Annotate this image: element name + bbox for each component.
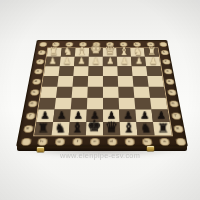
rank-medallion-left: 6 [27,100,37,107]
square [103,76,118,86]
square [88,76,103,86]
piece-bq: ♛ [103,119,120,134]
coordinate-label: 5 [33,91,36,94]
file-medallion-top: c [119,42,127,47]
watermark-text: www.elenpipe-esv.com [8,151,192,159]
square [150,98,168,110]
square [59,66,75,76]
file-medallion-bottom: c [124,137,134,145]
corner-medallion [175,137,186,145]
rank-medallion-right: 6 [169,100,179,107]
scene: ♜♞♝♚♛♝♞♜♟♟♟♟♟♟♟♟♟♟♟♟♟♟♟♟♜♞♝♚♛♝♞♜ hh11gg2… [0,0,200,200]
square [44,66,60,76]
coordinate-label: 8 [176,127,179,130]
square [146,66,162,76]
coordinate-label: 6 [172,102,175,105]
file-medallion-top: g [65,42,73,47]
coordinate-label: c [128,140,131,144]
coordinate-label: 1 [40,51,43,53]
coordinate-label: d [109,43,111,45]
rank-medallion-left: 2 [35,59,44,64]
square: ♝ [75,48,89,57]
square: ♝ [120,122,138,135]
square: ♛ [103,48,117,57]
chess-board: ♜♞♝♚♛♝♞♜♟♟♟♟♟♟♟♟♟♟♟♟♟♟♟♟♜♞♝♚♛♝♞♜ hh11gg2… [16,40,188,147]
square [87,98,103,110]
square [40,87,57,98]
square [103,98,119,110]
file-medallion-top: b [133,42,141,47]
corner-medallion [20,137,31,145]
piece-bp: ♟ [120,111,137,121]
piece-wp: ♟ [146,57,160,66]
square: ♟ [86,110,103,122]
coordinate-label: h [54,43,56,45]
square: ♝ [117,48,131,57]
coordinate-label: 7 [174,114,177,117]
square [117,66,132,76]
coordinate-label: 4 [168,80,171,83]
square: ♟ [131,57,146,66]
coordinate-label: d [110,140,113,144]
coordinate-label: 2 [38,60,41,62]
square: ♜ [153,122,172,135]
square [88,66,103,76]
piece-wp: ♟ [74,57,88,66]
square [103,66,118,76]
square [149,87,166,98]
piece-wp: ♟ [60,57,74,66]
coordinate-label: 3 [166,70,169,72]
piece-wb: ♝ [117,45,131,56]
file-medallion-bottom: a [159,137,170,145]
file-medallion-bottom: f [72,137,82,145]
piece-bp: ♟ [70,111,87,121]
square: ♟ [74,57,89,66]
square: ♟ [70,110,87,122]
board-frame: ♜♞♝♚♛♝♞♜♟♟♟♟♟♟♟♟♟♟♟♟♟♟♟♟♜♞♝♚♛♝♞♜ hh11gg2… [16,40,188,147]
file-medallion-bottom: b [141,137,152,145]
rank-medallion-right: 4 [165,78,175,84]
piece-bp: ♟ [53,111,70,121]
piece-wr: ♜ [145,46,159,57]
coordinate-label: e [95,43,97,45]
coordinate-label: f [76,140,78,144]
piece-bn: ♞ [52,122,69,135]
square: ♟ [36,110,54,122]
square: ♟ [117,57,132,66]
coordinate-label: f [82,43,83,45]
file-medallion-bottom: d [107,137,117,145]
square: ♞ [130,48,145,57]
coordinate-label: 5 [170,91,173,94]
square: ♟ [145,57,161,66]
square: ♛ [103,122,120,135]
square: ♟ [151,110,169,122]
piece-bp: ♟ [37,111,54,121]
rank-medallion-left: 8 [23,125,34,132]
coordinate-label: 7 [29,114,32,117]
coordinate-label: 6 [31,102,34,105]
square [133,87,150,98]
file-medallion-top: h [51,42,59,47]
piece-wp: ♟ [103,57,117,66]
piece-br: ♜ [154,122,171,135]
square [103,87,119,98]
piece-bp: ♟ [136,111,153,121]
square: ♟ [119,110,136,122]
square: ♚ [86,122,103,135]
chess-set-photo: ♜♞♝♚♛♝♞♜♟♟♟♟♟♟♟♟♟♟♟♟♟♟♟♟♜♞♝♚♛♝♞♜ hh11gg2… [0,0,200,200]
coordinate-label: 8 [26,127,29,130]
coordinate-label: b [135,43,137,45]
square [56,87,73,98]
coordinate-label: e [93,140,96,144]
square [118,76,134,86]
rank-medallion-right: 5 [167,89,177,95]
coordinate-label: b [145,140,148,144]
square: ♟ [103,110,120,122]
corner-medallion [39,42,47,47]
file-medallion-top: f [79,42,87,47]
file-medallion-bottom: h [37,137,48,145]
square [119,98,136,110]
square [87,87,103,98]
square: ♟ [135,110,153,122]
rank-medallion-left: 5 [29,89,39,95]
square: ♜ [34,122,53,135]
square: ♟ [88,57,102,66]
file-medallion-bottom: e [89,137,99,145]
square [42,76,58,86]
piece-bb: ♝ [69,121,86,135]
brass-clasp-right [147,146,154,151]
piece-wn: ♞ [131,46,145,57]
file-medallion-top: a [146,42,154,47]
board-squares: ♜♞♝♚♛♝♞♜♟♟♟♟♟♟♟♟♟♟♟♟♟♟♟♟♜♞♝♚♛♝♞♜ [34,48,171,135]
coordinate-label: h [40,140,43,144]
square [134,98,151,110]
corner-medallion [159,42,167,47]
square: ♜ [47,48,62,57]
coordinate-label: c [122,43,124,45]
file-medallion-top: e [92,42,100,47]
coordinate-label: 3 [37,70,40,72]
rank-medallion-right: 2 [162,59,171,64]
square: ♞ [52,122,70,135]
piece-br: ♜ [35,122,52,135]
square [72,87,88,98]
coordinate-label: 1 [163,51,166,53]
square: ♞ [61,48,76,57]
square [147,76,164,86]
square: ♟ [60,57,75,66]
coordinate-label: 4 [35,80,38,83]
square [55,98,72,110]
square [118,87,134,98]
piece-wb: ♝ [75,45,89,56]
square [71,98,88,110]
coordinate-label: g [68,43,70,45]
square: ♟ [53,110,71,122]
rank-medallion-left: 3 [33,68,42,74]
coordinate-label: 2 [165,60,168,62]
coordinate-label: a [162,140,165,144]
piece-wp: ♟ [45,57,59,66]
square: ♝ [69,122,87,135]
piece-bk: ♚ [86,118,103,134]
rank-medallion-right: 8 [173,125,184,132]
file-medallion-top: d [106,42,114,47]
square [38,98,56,110]
rank-medallion-right: 7 [171,112,181,119]
piece-bp: ♟ [86,111,103,121]
piece-wp: ♟ [89,57,103,66]
piece-wp: ♟ [132,57,146,66]
square: ♞ [136,122,154,135]
square: ♚ [89,48,103,57]
square [133,76,149,86]
coordinate-label: g [58,140,61,144]
piece-bp: ♟ [103,111,120,121]
piece-wp: ♟ [117,57,131,66]
rank-medallion-left: 1 [37,50,46,55]
file-medallion-bottom: g [54,137,65,145]
square [73,66,88,76]
piece-bp: ♟ [153,111,170,121]
square [57,76,73,86]
piece-bb: ♝ [120,121,137,135]
square [72,76,88,86]
rank-medallion-right: 3 [163,68,172,74]
rank-medallion-right: 1 [160,50,169,55]
rank-medallion-left: 7 [25,112,35,119]
rank-medallion-left: 4 [32,78,41,84]
square [132,66,148,76]
square: ♟ [45,57,61,66]
piece-wn: ♞ [61,46,75,57]
piece-wr: ♜ [47,46,61,57]
coordinate-label: a [149,43,151,45]
square: ♟ [103,57,117,66]
square: ♜ [144,48,159,57]
piece-bn: ♞ [137,122,154,135]
